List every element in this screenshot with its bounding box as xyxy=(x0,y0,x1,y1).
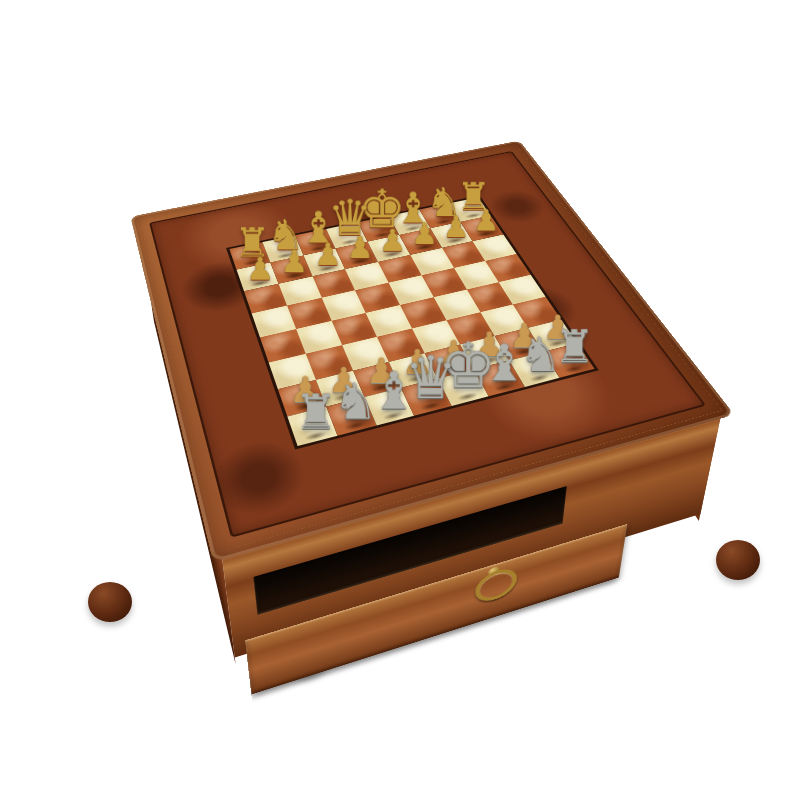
cabinet-foot-left xyxy=(88,582,132,622)
cabinet-foot-right xyxy=(716,540,760,580)
square-a1: ♜ xyxy=(287,407,337,446)
square-a7: ♟ xyxy=(236,262,278,291)
brass-ring-pull-icon xyxy=(475,564,518,605)
square-b5 xyxy=(287,298,331,329)
square-a5 xyxy=(252,306,296,338)
product-photo-scene: ♜♞♝♛♚♝♞♜♟♟♟♟♟♟♟♟♟♟♟♟♟♟♟♟♜♞♝♛♚♝♞♜ xyxy=(0,0,800,800)
chess-cabinet: ♜♞♝♛♚♝♞♜♟♟♟♟♟♟♟♟♟♟♟♟♟♟♟♟♜♞♝♛♚♝♞♜ xyxy=(130,140,734,562)
piece-silver-rook: ♜ xyxy=(261,389,371,437)
chessboard: ♜♞♝♛♚♝♞♜♟♟♟♟♟♟♟♟♟♟♟♟♟♟♟♟♜♞♝♛♚♝♞♜ xyxy=(226,195,599,449)
piece-gold-pawn: ♟ xyxy=(213,253,307,284)
